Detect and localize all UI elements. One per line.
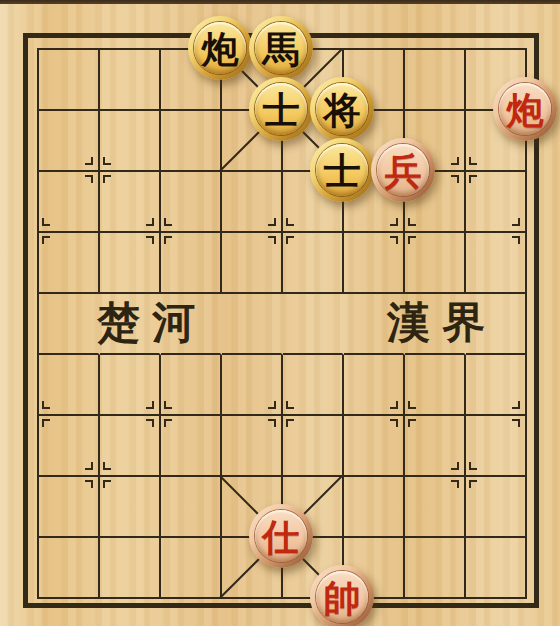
point-marker [146, 218, 154, 226]
river-label-han: 漢界 [387, 301, 497, 344]
black-general-glyph: 将 [324, 90, 361, 129]
black-advisor-2-face: 士 [316, 144, 368, 196]
red-cannon-glyph: 炮 [507, 90, 544, 129]
point-marker [164, 401, 172, 409]
point-marker [512, 236, 520, 244]
point-marker [42, 401, 50, 409]
point-marker [164, 236, 172, 244]
point-marker [451, 462, 459, 470]
black-advisor-2[interactable]: 士 [310, 138, 374, 202]
board-cell[interactable] [344, 477, 405, 538]
red-advisor-glyph: 仕 [263, 517, 300, 556]
point-marker [146, 236, 154, 244]
black-horse-glyph: 馬 [263, 29, 300, 68]
point-marker [390, 419, 398, 427]
board-cell[interactable] [39, 50, 100, 111]
board-cell[interactable] [100, 538, 161, 599]
red-soldier[interactable]: 兵 [371, 138, 435, 202]
point-marker [408, 419, 416, 427]
board-cell[interactable] [283, 294, 344, 355]
point-marker [42, 236, 50, 244]
point-marker [85, 480, 93, 488]
point-marker [390, 401, 398, 409]
board-cell[interactable] [100, 50, 161, 111]
point-marker [268, 401, 276, 409]
board-cell[interactable] [161, 111, 222, 172]
board-cell[interactable] [39, 294, 100, 355]
point-marker [512, 401, 520, 409]
point-marker [103, 462, 111, 470]
point-marker [469, 462, 477, 470]
red-advisor-face: 仕 [255, 510, 307, 562]
point-marker [286, 401, 294, 409]
black-cannon-face: 炮 [194, 22, 246, 74]
red-cannon[interactable]: 炮 [493, 77, 557, 141]
point-marker [451, 175, 459, 183]
board-cell[interactable] [405, 538, 466, 599]
black-cannon-glyph: 炮 [202, 29, 239, 68]
point-marker [85, 462, 93, 470]
board-cell[interactable] [161, 538, 222, 599]
board-cell[interactable] [466, 538, 527, 599]
board-cell[interactable] [161, 477, 222, 538]
point-marker [268, 236, 276, 244]
black-horse[interactable]: 馬 [249, 16, 313, 80]
board-cell[interactable] [405, 50, 466, 111]
point-marker [146, 401, 154, 409]
point-marker [286, 218, 294, 226]
point-marker [469, 157, 477, 165]
red-general[interactable]: 帥 [310, 565, 374, 626]
black-general-face: 将 [316, 83, 368, 135]
point-marker [286, 236, 294, 244]
black-cannon[interactable]: 炮 [188, 16, 252, 80]
point-marker [408, 401, 416, 409]
point-marker [164, 218, 172, 226]
point-marker [512, 218, 520, 226]
point-marker [512, 419, 520, 427]
point-marker [103, 480, 111, 488]
black-advisor-1[interactable]: 士 [249, 77, 313, 141]
river-label-chu: 楚河 [97, 301, 207, 344]
black-advisor-1-face: 士 [255, 83, 307, 135]
point-marker [469, 175, 477, 183]
black-advisor-1-glyph: 士 [263, 90, 300, 129]
point-marker [268, 419, 276, 427]
point-marker [408, 218, 416, 226]
point-marker [268, 218, 276, 226]
point-marker [451, 157, 459, 165]
point-marker [164, 419, 172, 427]
point-marker [85, 157, 93, 165]
point-marker [146, 419, 154, 427]
red-advisor[interactable]: 仕 [249, 504, 313, 568]
black-general[interactable]: 将 [310, 77, 374, 141]
red-general-face: 帥 [316, 571, 368, 623]
red-soldier-glyph: 兵 [385, 151, 422, 190]
point-marker [103, 175, 111, 183]
point-marker [408, 236, 416, 244]
black-advisor-2-glyph: 士 [324, 151, 361, 190]
point-marker [286, 419, 294, 427]
point-marker [469, 480, 477, 488]
red-soldier-face: 兵 [377, 144, 429, 196]
point-marker [85, 175, 93, 183]
red-cannon-face: 炮 [499, 83, 551, 135]
point-marker [42, 218, 50, 226]
point-marker [451, 480, 459, 488]
point-marker [103, 157, 111, 165]
xiangqi-app: 楚河 漢界 炮馬士将士兵炮仕帥 [0, 0, 560, 626]
red-general-glyph: 帥 [324, 578, 361, 617]
point-marker [42, 419, 50, 427]
point-marker [390, 236, 398, 244]
point-marker [390, 218, 398, 226]
board-cell[interactable] [222, 294, 283, 355]
board-cell[interactable] [39, 538, 100, 599]
top-edge-bar [0, 0, 560, 4]
black-horse-face: 馬 [255, 22, 307, 74]
